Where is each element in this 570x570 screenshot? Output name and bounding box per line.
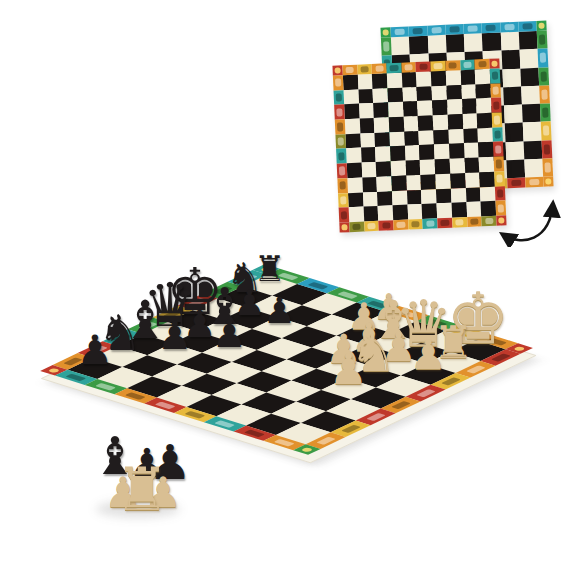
board-square (409, 36, 428, 55)
border-tile (541, 122, 552, 141)
board-square (421, 174, 436, 189)
border-tile (490, 83, 501, 98)
border-tile (445, 24, 464, 35)
board-square (359, 103, 374, 118)
board-square (465, 187, 480, 202)
board-square (375, 132, 390, 147)
border-tile (536, 20, 546, 30)
border-tile (467, 216, 482, 227)
border-tile (390, 26, 409, 37)
board-square (392, 190, 407, 205)
board-square (361, 147, 376, 162)
board-square (434, 144, 449, 159)
border-tile (437, 218, 452, 229)
border-tile (386, 63, 401, 74)
board-square (349, 207, 364, 222)
border-tile (452, 217, 467, 228)
border-tile (334, 105, 345, 120)
board-square (466, 202, 481, 217)
board-square (475, 69, 490, 84)
board-square (404, 116, 419, 131)
board-square (404, 131, 419, 146)
board-square (373, 88, 388, 103)
board-square (363, 206, 378, 221)
border-tile (357, 64, 372, 75)
board-square (345, 119, 360, 134)
board-square (390, 146, 405, 161)
border-tile (494, 157, 505, 172)
board-square (431, 71, 446, 86)
board-square (389, 117, 404, 132)
board-square (520, 67, 539, 86)
board-square (358, 89, 373, 104)
board-square (446, 85, 461, 100)
board-square (522, 104, 541, 123)
board-square (432, 100, 447, 115)
board-square (405, 145, 420, 160)
board-square (524, 159, 543, 178)
border-tile (500, 22, 519, 33)
chess-piece-black-pawn: ♟ (263, 293, 295, 329)
flip-arrow-icon (492, 185, 568, 247)
board-square (363, 191, 378, 206)
board-square (419, 130, 434, 145)
board-square (388, 87, 403, 102)
board-square (501, 50, 520, 69)
board-square (378, 206, 393, 221)
board-square (448, 114, 463, 129)
board-square (417, 86, 432, 101)
board-square (377, 176, 392, 191)
border-tile (492, 127, 503, 142)
board-square (418, 115, 433, 130)
board-square (419, 145, 434, 160)
chess-piece-wood-pawn: ♟ (410, 335, 447, 376)
board-square (504, 123, 523, 142)
border-tile (431, 61, 446, 72)
border-tile (334, 90, 345, 105)
border-tile (333, 75, 344, 90)
board-square (478, 128, 493, 143)
board-square (422, 204, 437, 219)
board-square (387, 73, 402, 88)
chess-piece-black-pawn: ♟ (157, 317, 192, 356)
board-square (503, 86, 522, 105)
board-square (460, 70, 475, 85)
board-square (348, 192, 363, 207)
board-square (421, 189, 436, 204)
border-tile (539, 85, 550, 104)
board-square (362, 177, 377, 192)
board-square (449, 144, 464, 159)
board-square (420, 160, 435, 175)
border-tile (372, 63, 387, 74)
board-square (418, 101, 433, 116)
board-square (405, 160, 420, 175)
board-square (427, 35, 446, 54)
board-square (402, 87, 417, 102)
border-tile (427, 25, 446, 36)
border-tile (518, 21, 537, 32)
board-square (519, 49, 538, 68)
border-tile (538, 67, 549, 86)
board-square (503, 105, 522, 124)
border-tile (445, 60, 460, 71)
board-square (391, 176, 406, 191)
border-tile (349, 221, 364, 232)
border-tile (337, 178, 348, 193)
border-tile (364, 221, 379, 232)
board-square (521, 86, 540, 105)
board-square (464, 158, 479, 173)
board-square (403, 101, 418, 116)
board-square (343, 75, 358, 90)
board-square (372, 73, 387, 88)
board-square (451, 202, 466, 217)
board-square (391, 161, 406, 176)
board-square (519, 31, 538, 50)
border-tile (335, 119, 346, 134)
board-square (432, 85, 447, 100)
board-square (436, 188, 451, 203)
board-square (506, 159, 525, 178)
border-tile (538, 49, 549, 68)
border-tile (409, 26, 428, 37)
border-tile (475, 59, 490, 70)
border-tile (542, 158, 553, 177)
border-tile (490, 68, 501, 83)
board-square (465, 172, 480, 187)
board-square (344, 89, 359, 104)
board-square (500, 32, 519, 51)
border-tile (379, 220, 394, 231)
border-tile (491, 98, 502, 113)
board-square (523, 140, 542, 159)
board-square (505, 141, 524, 160)
border-tile (537, 30, 548, 49)
board-square (344, 104, 359, 119)
board-square (450, 173, 465, 188)
border-tile (380, 27, 390, 37)
board-square (359, 118, 374, 133)
board-square (482, 32, 501, 51)
board-square (476, 84, 491, 99)
board-square (446, 70, 461, 85)
board-square (502, 68, 521, 87)
board-square (389, 131, 404, 146)
border-tile (460, 60, 475, 71)
flat-board-checkers-side (332, 58, 506, 232)
board-square (347, 163, 362, 178)
board-square (464, 33, 483, 52)
board-square (374, 103, 389, 118)
board-square (478, 142, 493, 157)
border-tile (489, 58, 499, 68)
border-tile (332, 65, 342, 75)
board-square (347, 177, 362, 192)
border-tile (336, 149, 347, 164)
board-square (345, 133, 360, 148)
board-square (407, 204, 422, 219)
board-square (360, 133, 375, 148)
border-tile (393, 220, 408, 231)
board-square (462, 99, 477, 114)
border-tile (542, 140, 553, 159)
board-square (463, 128, 478, 143)
board-square (435, 174, 450, 189)
board-square (361, 162, 376, 177)
board-square (407, 190, 422, 205)
board-square (346, 148, 361, 163)
board-square (402, 72, 417, 87)
border-tile (339, 222, 349, 232)
chess-piece-black-pawn: ♟ (212, 315, 247, 354)
border-tile (492, 112, 503, 127)
board-square (358, 74, 373, 89)
border-tile (338, 193, 349, 208)
board-square (437, 203, 452, 218)
border-tile (493, 142, 504, 157)
border-tile (408, 219, 423, 230)
border-tile (416, 61, 431, 72)
board-square (434, 130, 449, 145)
board-square (375, 147, 390, 162)
border-tile (335, 134, 346, 149)
board-square (446, 34, 465, 53)
board-square (476, 98, 491, 113)
board-square (416, 71, 431, 86)
chess-piece-wood-pawn: ♟ (329, 348, 367, 391)
board-square (374, 117, 389, 132)
board-square (406, 175, 421, 190)
board-square (448, 129, 463, 144)
board-square (377, 191, 392, 206)
border-tile (381, 37, 392, 56)
board-square (522, 122, 541, 141)
border-tile (463, 23, 482, 34)
border-tile (401, 62, 416, 73)
board-square (462, 114, 477, 129)
board-square (450, 158, 465, 173)
border-tile (423, 218, 438, 229)
board-square (391, 36, 410, 55)
border-tile (540, 103, 551, 122)
border-tile (342, 65, 357, 76)
board-square (433, 115, 448, 130)
board-square (447, 100, 462, 115)
board-square (479, 157, 494, 172)
board-square (388, 102, 403, 117)
product-photo-scene: ♜♞♟♟♚♝♛♟♟♝♟♞♟♟♚♟♝♛♜♟♟♟♟♞♟ ♝♟♟♟♜♟ (0, 0, 570, 570)
chess-piece-black-pawn: ♟ (77, 330, 113, 371)
board-square (376, 161, 391, 176)
board-square (451, 188, 466, 203)
board-square (461, 84, 476, 99)
border-tile (482, 22, 501, 33)
board-square (393, 205, 408, 220)
border-tile (337, 163, 348, 178)
board-square (464, 143, 479, 158)
border-tile (339, 207, 350, 222)
board-square (477, 113, 492, 128)
board-square (435, 159, 450, 174)
loose-piece-wood-rook: ♜ (115, 459, 169, 519)
